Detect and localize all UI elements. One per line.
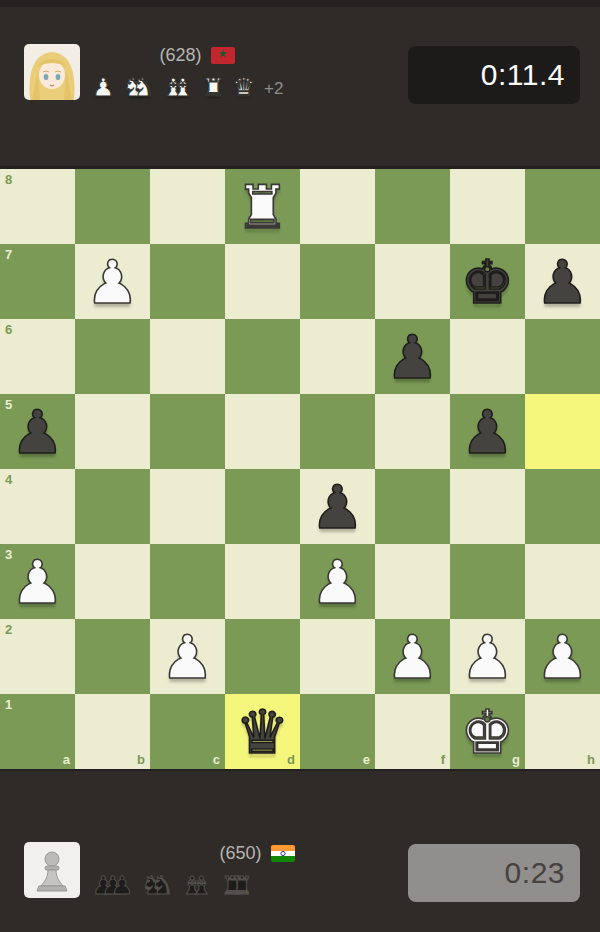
white-rook: ♜ xyxy=(225,169,300,244)
square-b3[interactable] xyxy=(75,544,150,619)
square-h1[interactable]: h xyxy=(525,694,600,769)
captured-white-knight-icon: ♞ xyxy=(132,74,154,101)
square-d3[interactable] xyxy=(225,544,300,619)
captured-black-pawn-icon: ♟ xyxy=(111,872,133,899)
square-b1[interactable]: b xyxy=(75,694,150,769)
captured-white-queen-icon: ♛ xyxy=(233,74,255,101)
square-h6[interactable] xyxy=(525,319,600,394)
player-rating: (650) xyxy=(219,843,261,864)
captured-black-rook-icon: ♜ xyxy=(230,872,252,899)
square-h4[interactable] xyxy=(525,469,600,544)
square-f2[interactable]: ♟ xyxy=(375,619,450,694)
square-e6[interactable] xyxy=(300,319,375,394)
captured-white-group: ♜ xyxy=(202,74,224,101)
opponent-details: (628) ♟♞♞♝♝♜♛+2 xyxy=(92,42,302,101)
square-h5[interactable] xyxy=(525,394,600,469)
square-e1[interactable]: e xyxy=(300,694,375,769)
file-label-b: b xyxy=(137,753,145,766)
square-h3[interactable] xyxy=(525,544,600,619)
square-g1[interactable]: g♚ xyxy=(450,694,525,769)
player-captured-pieces: ♟♟♟♞♞♝♝♜♜ xyxy=(92,869,422,899)
square-g5[interactable]: ♟ xyxy=(450,394,525,469)
captured-white-bishop-icon: ♝ xyxy=(172,74,194,101)
square-g4[interactable] xyxy=(450,469,525,544)
file-label-h: h xyxy=(587,753,595,766)
opponent-avatar[interactable] xyxy=(24,44,80,100)
opponent-clock: 0:11.4 xyxy=(408,46,580,104)
captured-black-group: ♝♝ xyxy=(181,872,213,899)
morocco-flag-icon xyxy=(211,47,235,64)
captured-white-group: ♟ xyxy=(92,74,114,101)
opponent-captured-pieces: ♟♞♞♝♝♜♛+2 xyxy=(92,71,302,101)
chess-board[interactable]: 8♜7♟♚♟6♟5♟♟4♟3♟♟2♟♟♟♟1abcd♛efg♚h xyxy=(0,169,600,769)
file-label-c: c xyxy=(213,753,220,766)
player-details: (650) ♟♟♟♞♞♝♝♜♜ xyxy=(92,840,422,899)
white-pawn: ♟ xyxy=(375,619,450,694)
square-d5[interactable] xyxy=(225,394,300,469)
square-e5[interactable] xyxy=(300,394,375,469)
square-a6[interactable]: 6 xyxy=(0,319,75,394)
square-f3[interactable] xyxy=(375,544,450,619)
square-f4[interactable] xyxy=(375,469,450,544)
square-d7[interactable] xyxy=(225,244,300,319)
square-h8[interactable] xyxy=(525,169,600,244)
captured-white-group: ♛ xyxy=(233,74,255,101)
file-label-a: a xyxy=(63,753,70,766)
black-pawn: ♟ xyxy=(450,394,525,469)
captured-black-group: ♜♜ xyxy=(221,872,253,899)
square-c5[interactable] xyxy=(150,394,225,469)
material-advantage: +2 xyxy=(264,74,283,99)
black-pawn: ♟ xyxy=(375,319,450,394)
square-f8[interactable] xyxy=(375,169,450,244)
square-f1[interactable]: f xyxy=(375,694,450,769)
status-bar xyxy=(0,0,600,7)
opponent-rating: (628) xyxy=(159,45,201,66)
square-f5[interactable] xyxy=(375,394,450,469)
square-f7[interactable] xyxy=(375,244,450,319)
square-g2[interactable]: ♟ xyxy=(450,619,525,694)
square-b6[interactable] xyxy=(75,319,150,394)
captured-black-bishop-icon: ♝ xyxy=(191,872,213,899)
captured-black-group: ♞♞ xyxy=(141,872,173,899)
opponent-rating-line: (628) xyxy=(92,42,302,68)
white-pawn: ♟ xyxy=(150,619,225,694)
square-h2[interactable]: ♟ xyxy=(525,619,600,694)
square-b2[interactable] xyxy=(75,619,150,694)
rank-label-3: 3 xyxy=(5,548,12,561)
square-a8[interactable]: 8 xyxy=(0,169,75,244)
captured-black-knight-icon: ♞ xyxy=(151,872,173,899)
square-b7[interactable]: ♟ xyxy=(75,244,150,319)
square-a7[interactable]: 7 xyxy=(0,244,75,319)
square-h7[interactable]: ♟ xyxy=(525,244,600,319)
captured-white-rook-icon: ♜ xyxy=(202,74,224,101)
black-king: ♚ xyxy=(450,244,525,319)
square-a5[interactable]: 5♟ xyxy=(0,394,75,469)
square-d6[interactable] xyxy=(225,319,300,394)
file-label-d: d xyxy=(287,753,295,766)
square-e2[interactable] xyxy=(300,619,375,694)
file-label-f: f xyxy=(441,753,445,766)
square-b5[interactable] xyxy=(75,394,150,469)
default-pawn-avatar-image xyxy=(24,842,80,898)
captured-white-group: ♝♝ xyxy=(162,74,194,101)
square-g8[interactable] xyxy=(450,169,525,244)
square-a1[interactable]: 1a xyxy=(0,694,75,769)
square-d8[interactable]: ♜ xyxy=(225,169,300,244)
captured-black-group: ♟♟♟ xyxy=(92,872,133,899)
file-label-e: e xyxy=(363,753,370,766)
square-g7[interactable]: ♚ xyxy=(450,244,525,319)
black-pawn: ♟ xyxy=(300,469,375,544)
rank-label-4: 4 xyxy=(5,473,12,486)
square-d1[interactable]: d♛ xyxy=(225,694,300,769)
white-pawn: ♟ xyxy=(450,619,525,694)
black-pawn: ♟ xyxy=(525,244,600,319)
square-c8[interactable] xyxy=(150,169,225,244)
square-c2[interactable]: ♟ xyxy=(150,619,225,694)
captured-white-group: ♞♞ xyxy=(122,74,154,101)
square-d4[interactable] xyxy=(225,469,300,544)
white-pawn: ♟ xyxy=(300,544,375,619)
square-g3[interactable] xyxy=(450,544,525,619)
rank-label-7: 7 xyxy=(5,248,12,261)
square-e3[interactable]: ♟ xyxy=(300,544,375,619)
square-c7[interactable] xyxy=(150,244,225,319)
white-pawn: ♟ xyxy=(525,619,600,694)
game-screen: (628) ♟♞♞♝♝♜♛+2 0:11.4 8♜7♟♚♟6♟5♟♟4♟3♟♟2… xyxy=(0,0,600,932)
player-clock: 0:23 xyxy=(408,844,580,902)
square-a3[interactable]: 3♟ xyxy=(0,544,75,619)
file-label-g: g xyxy=(512,753,520,766)
square-e4[interactable]: ♟ xyxy=(300,469,375,544)
anime-girl-avatar-image xyxy=(24,44,80,100)
square-d2[interactable] xyxy=(225,619,300,694)
square-b4[interactable] xyxy=(75,469,150,544)
square-b8[interactable] xyxy=(75,169,150,244)
opponent-info-bar: (628) ♟♞♞♝♝♜♛+2 0:11.4 xyxy=(24,44,580,106)
rank-label-5: 5 xyxy=(5,398,12,411)
square-c3[interactable] xyxy=(150,544,225,619)
india-flag-icon xyxy=(271,845,295,862)
board-bottom-edge xyxy=(0,769,600,771)
square-e8[interactable] xyxy=(300,169,375,244)
square-a2[interactable]: 2 xyxy=(0,619,75,694)
player-avatar[interactable] xyxy=(24,842,80,898)
square-e7[interactable] xyxy=(300,244,375,319)
rank-label-2: 2 xyxy=(5,623,12,636)
square-c4[interactable] xyxy=(150,469,225,544)
rank-label-8: 8 xyxy=(5,173,12,186)
square-f6[interactable]: ♟ xyxy=(375,319,450,394)
player-rating-line: (650) xyxy=(92,840,422,866)
square-c6[interactable] xyxy=(150,319,225,394)
square-a4[interactable]: 4 xyxy=(0,469,75,544)
rank-label-6: 6 xyxy=(5,323,12,336)
captured-white-pawn-icon: ♟ xyxy=(92,74,114,101)
square-g6[interactable] xyxy=(450,319,525,394)
square-c1[interactable]: c xyxy=(150,694,225,769)
player-info-bar: (650) ♟♟♟♞♞♝♝♜♜ 0:23 xyxy=(24,842,580,904)
white-pawn: ♟ xyxy=(75,244,150,319)
rank-label-1: 1 xyxy=(5,698,12,711)
